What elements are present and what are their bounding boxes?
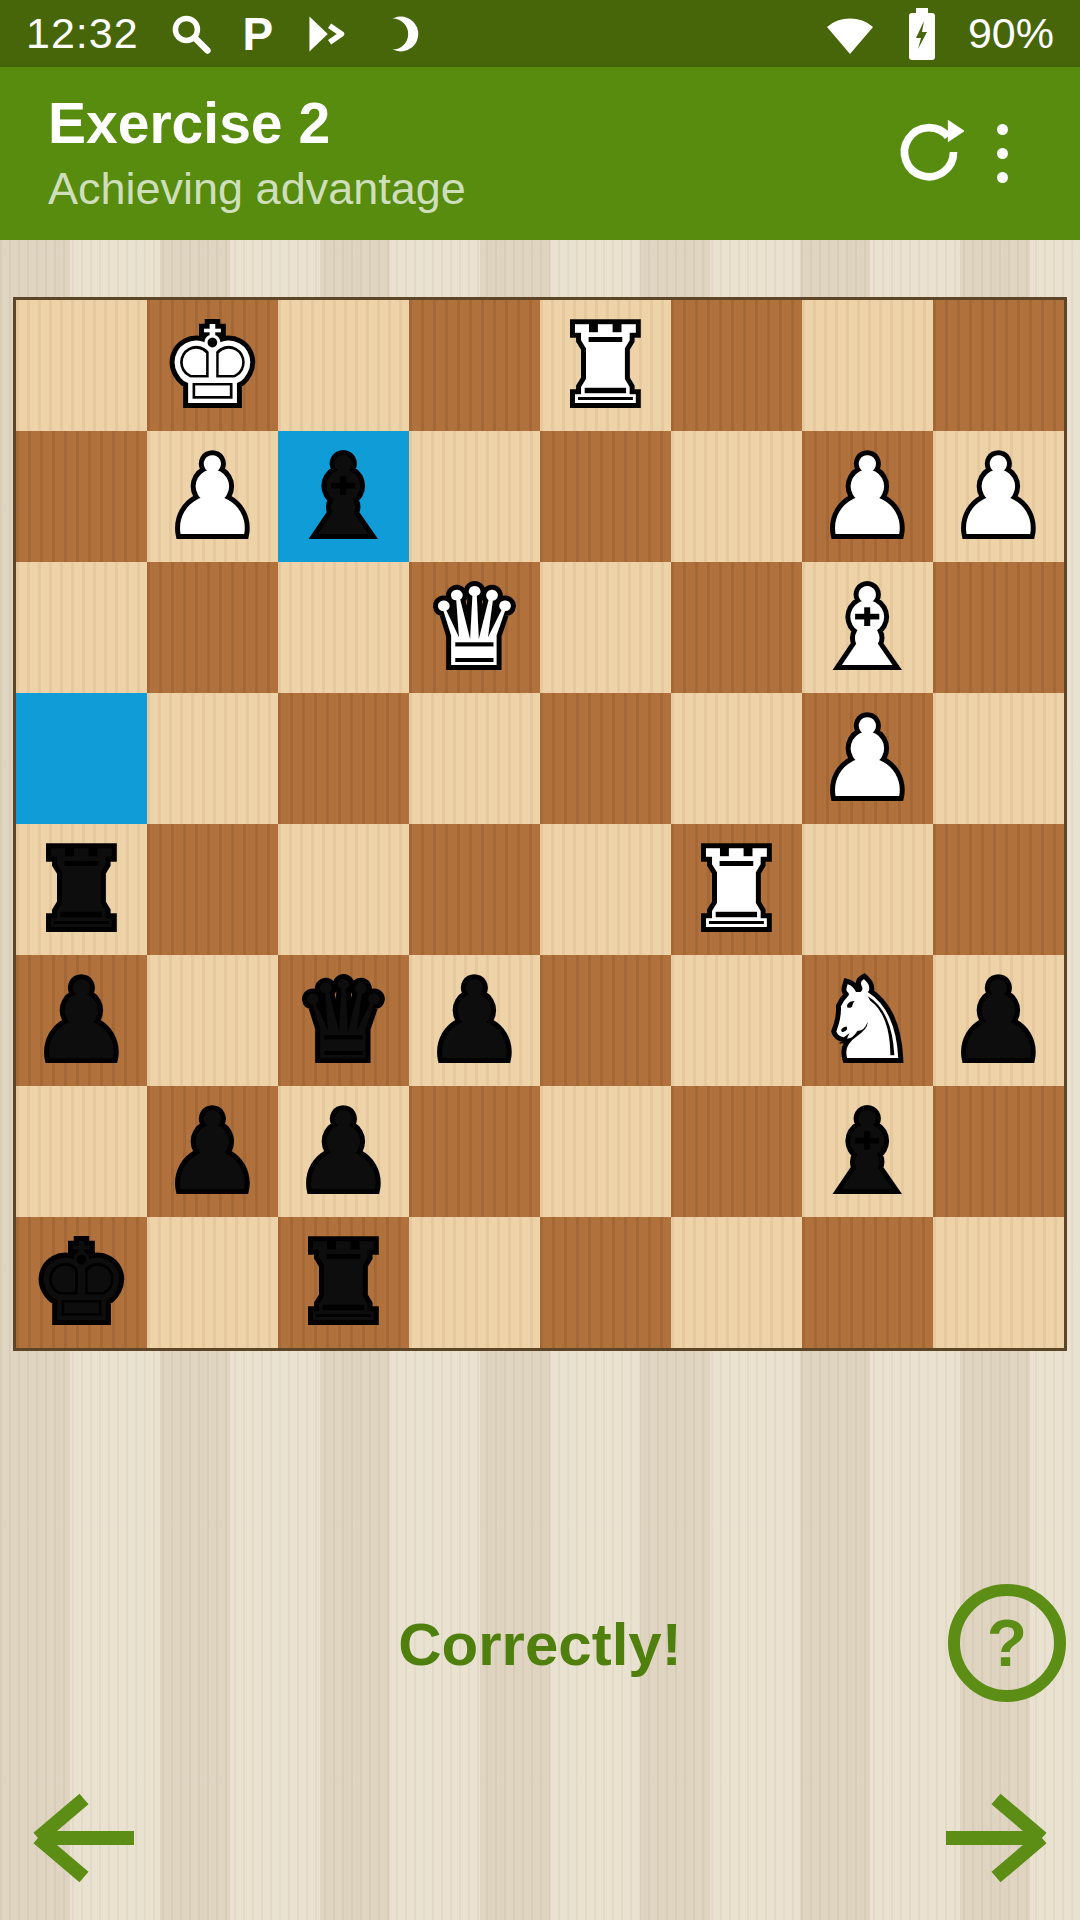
square-a2[interactable] bbox=[16, 1086, 147, 1217]
square-f8[interactable] bbox=[671, 300, 802, 431]
square-h1[interactable] bbox=[933, 1217, 1064, 1348]
square-a8[interactable] bbox=[16, 300, 147, 431]
status-bar: 12:32 P 90% bbox=[0, 0, 1080, 67]
square-e4[interactable] bbox=[540, 824, 671, 955]
square-e6[interactable] bbox=[540, 562, 671, 693]
square-h8[interactable] bbox=[933, 300, 1064, 431]
square-h3[interactable] bbox=[933, 955, 1064, 1086]
square-d5[interactable] bbox=[409, 693, 540, 824]
square-d8[interactable] bbox=[409, 300, 540, 431]
square-c2[interactable] bbox=[278, 1086, 409, 1217]
square-d6[interactable] bbox=[409, 562, 540, 693]
square-h5[interactable] bbox=[933, 693, 1064, 824]
black-pawn bbox=[278, 1086, 409, 1217]
square-g6[interactable] bbox=[802, 562, 933, 693]
battery-charging-icon bbox=[906, 8, 938, 60]
wifi-icon bbox=[824, 12, 876, 56]
square-c1[interactable] bbox=[278, 1217, 409, 1348]
square-d7[interactable] bbox=[409, 431, 540, 562]
app-screen: 12:32 P 90% Exercise 2 Achieving advanta… bbox=[0, 0, 1080, 1920]
white-king bbox=[147, 300, 278, 431]
white-pawn bbox=[802, 431, 933, 562]
feedback-message: Correctly! bbox=[0, 1610, 1080, 1679]
square-g3[interactable] bbox=[802, 955, 933, 1086]
white-queen bbox=[409, 562, 540, 693]
next-exercise-button[interactable] bbox=[936, 1790, 1052, 1886]
square-b2[interactable] bbox=[147, 1086, 278, 1217]
black-rook bbox=[16, 824, 147, 955]
white-pawn bbox=[933, 431, 1064, 562]
square-e5[interactable] bbox=[540, 693, 671, 824]
black-king bbox=[16, 1217, 147, 1348]
square-c3[interactable] bbox=[278, 955, 409, 1086]
clock: 12:32 bbox=[26, 9, 139, 58]
black-pawn bbox=[933, 955, 1064, 1086]
square-a6[interactable] bbox=[16, 562, 147, 693]
chess-board[interactable] bbox=[13, 297, 1067, 1351]
play-store-icon bbox=[303, 12, 347, 56]
square-e7[interactable] bbox=[540, 431, 671, 562]
square-f5[interactable] bbox=[671, 693, 802, 824]
square-d3[interactable] bbox=[409, 955, 540, 1086]
white-rook bbox=[540, 300, 671, 431]
white-bishop bbox=[802, 562, 933, 693]
battery-percent: 90% bbox=[968, 9, 1054, 58]
p-app-icon: P bbox=[243, 7, 274, 61]
square-a3[interactable] bbox=[16, 955, 147, 1086]
square-g5[interactable] bbox=[802, 693, 933, 824]
white-rook bbox=[671, 824, 802, 955]
left-arrow-icon bbox=[28, 1872, 144, 1889]
square-a1[interactable] bbox=[16, 1217, 147, 1348]
square-f2[interactable] bbox=[671, 1086, 802, 1217]
square-e3[interactable] bbox=[540, 955, 671, 1086]
square-d1[interactable] bbox=[409, 1217, 540, 1348]
square-g2[interactable] bbox=[802, 1086, 933, 1217]
right-arrow-icon bbox=[936, 1872, 1052, 1889]
night-mode-icon bbox=[377, 12, 421, 56]
black-bishop bbox=[278, 431, 409, 562]
square-f6[interactable] bbox=[671, 562, 802, 693]
square-g8[interactable] bbox=[802, 300, 933, 431]
black-queen bbox=[278, 955, 409, 1086]
square-b6[interactable] bbox=[147, 562, 278, 693]
square-d2[interactable] bbox=[409, 1086, 540, 1217]
square-b4[interactable] bbox=[147, 824, 278, 955]
refresh-icon bbox=[894, 117, 964, 191]
previous-exercise-button[interactable] bbox=[28, 1790, 144, 1886]
overflow-menu-button[interactable] bbox=[972, 111, 1032, 197]
square-c5[interactable] bbox=[278, 693, 409, 824]
help-button[interactable]: ? bbox=[948, 1584, 1066, 1702]
square-g4[interactable] bbox=[802, 824, 933, 955]
square-c7[interactable] bbox=[278, 431, 409, 562]
square-b7[interactable] bbox=[147, 431, 278, 562]
square-e8[interactable] bbox=[540, 300, 671, 431]
square-f4[interactable] bbox=[671, 824, 802, 955]
page-title: Exercise 2 bbox=[48, 92, 886, 155]
app-bar: Exercise 2 Achieving advantage bbox=[0, 67, 1080, 240]
square-b8[interactable] bbox=[147, 300, 278, 431]
square-c4[interactable] bbox=[278, 824, 409, 955]
refresh-button[interactable] bbox=[886, 111, 972, 197]
white-pawn bbox=[802, 693, 933, 824]
black-pawn bbox=[409, 955, 540, 1086]
square-e2[interactable] bbox=[540, 1086, 671, 1217]
white-pawn bbox=[147, 431, 278, 562]
square-g1[interactable] bbox=[802, 1217, 933, 1348]
square-c8[interactable] bbox=[278, 300, 409, 431]
white-knight bbox=[802, 955, 933, 1086]
square-f1[interactable] bbox=[671, 1217, 802, 1348]
black-pawn bbox=[16, 955, 147, 1086]
square-a7[interactable] bbox=[16, 431, 147, 562]
square-g7[interactable] bbox=[802, 431, 933, 562]
square-h7[interactable] bbox=[933, 431, 1064, 562]
square-h2[interactable] bbox=[933, 1086, 1064, 1217]
square-h6[interactable] bbox=[933, 562, 1064, 693]
square-h4[interactable] bbox=[933, 824, 1064, 955]
square-f7[interactable] bbox=[671, 431, 802, 562]
page-subtitle: Achieving advantage bbox=[48, 163, 886, 215]
square-a4[interactable] bbox=[16, 824, 147, 955]
square-f3[interactable] bbox=[671, 955, 802, 1086]
square-b3[interactable] bbox=[147, 955, 278, 1086]
black-bishop bbox=[802, 1086, 933, 1217]
search-icon bbox=[169, 12, 213, 56]
square-c6[interactable] bbox=[278, 562, 409, 693]
square-b1[interactable] bbox=[147, 1217, 278, 1348]
square-e1[interactable] bbox=[540, 1217, 671, 1348]
square-d4[interactable] bbox=[409, 824, 540, 955]
square-b5[interactable] bbox=[147, 693, 278, 824]
question-mark-icon: ? bbox=[987, 1605, 1027, 1681]
black-pawn bbox=[147, 1086, 278, 1217]
black-rook bbox=[278, 1217, 409, 1348]
square-a5[interactable] bbox=[16, 693, 147, 824]
